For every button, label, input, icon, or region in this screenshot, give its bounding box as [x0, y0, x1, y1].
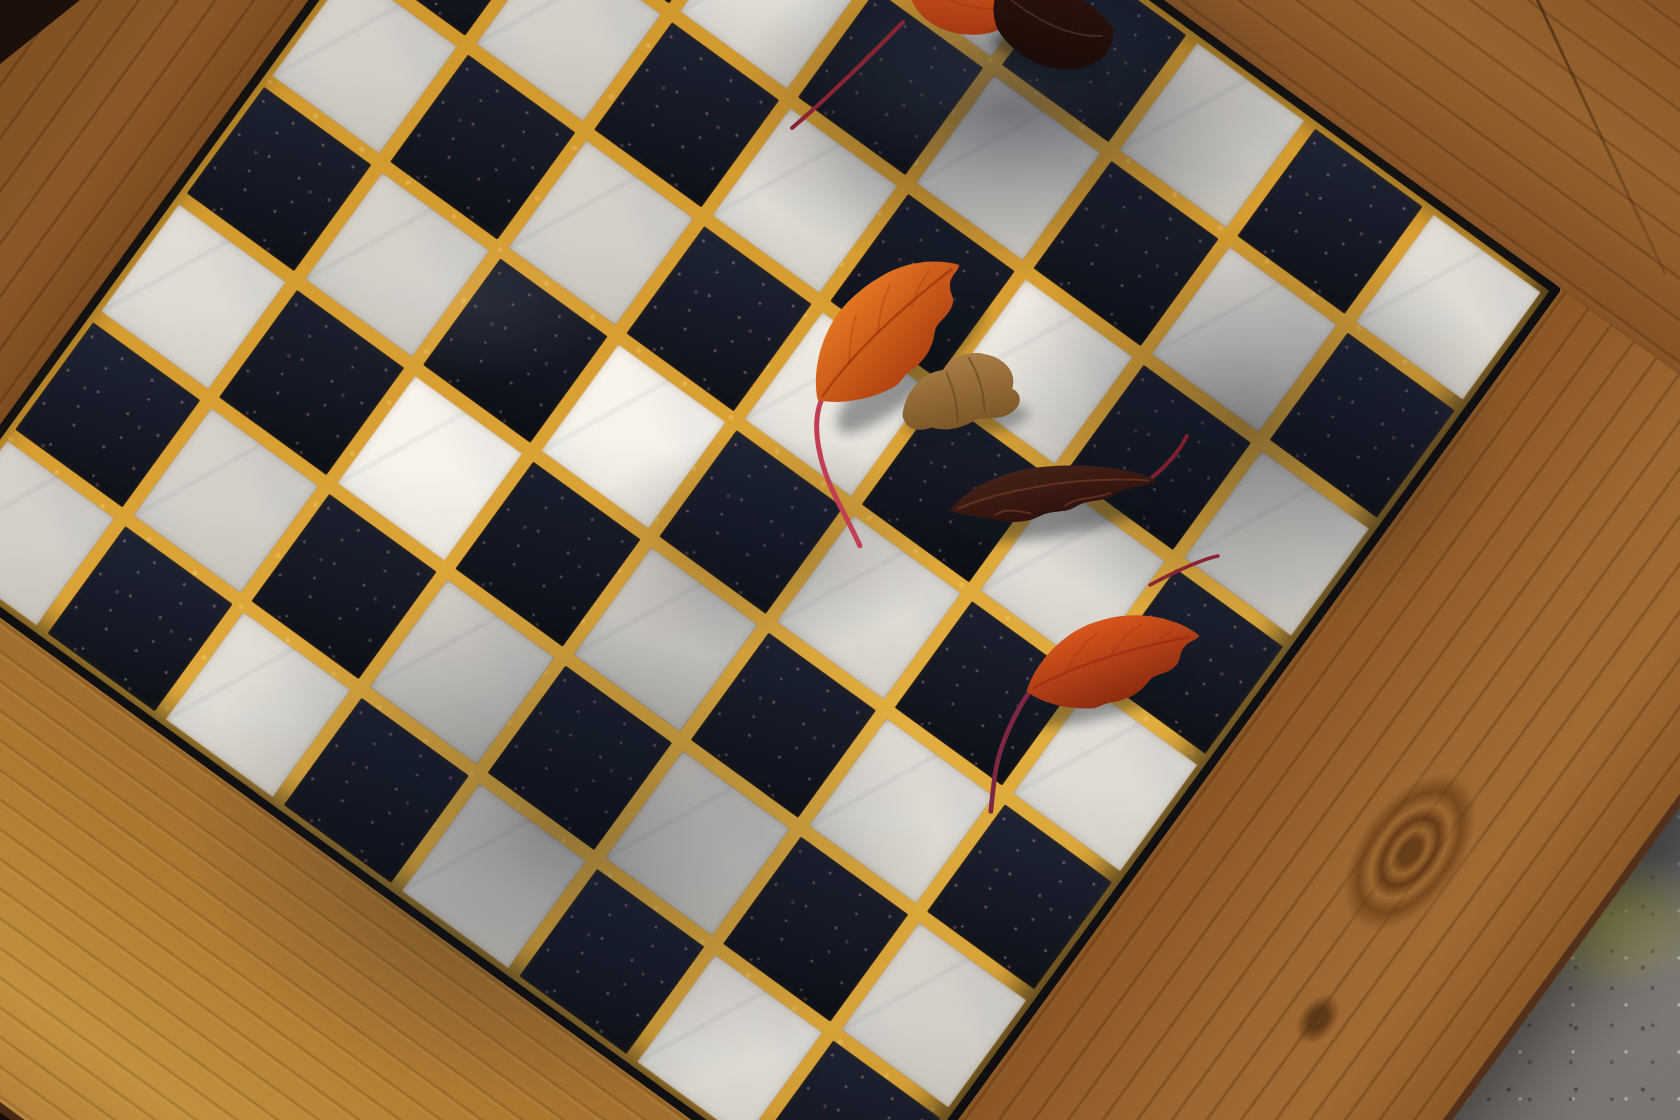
photo-stage: [0, 0, 1680, 1120]
wooden-table: [0, 0, 1680, 1120]
